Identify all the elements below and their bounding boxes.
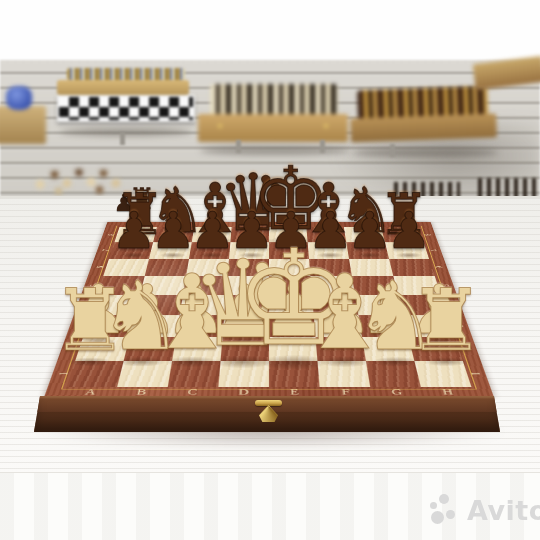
- square-a4: [90, 295, 140, 315]
- square-d2: [221, 337, 269, 361]
- checkered-board-edge: [57, 95, 195, 122]
- square-c2: [172, 337, 222, 361]
- photo-canvas: ♟ ♜ ABCDEFGH ABCDEFGH 87654321 87654321 …: [0, 0, 540, 540]
- square-a8: [114, 227, 156, 242]
- square-d5: [226, 276, 269, 295]
- square-d4: [224, 295, 269, 315]
- square-f1: [317, 361, 370, 387]
- files-front: ABCDEFGH: [63, 387, 475, 397]
- square-g2: [362, 337, 414, 361]
- square-e5: [269, 276, 312, 295]
- square-g5: [352, 276, 398, 295]
- board-grid: [67, 227, 472, 387]
- shelf-box-left: [0, 106, 46, 144]
- shelf-set-walnut: [349, 85, 497, 142]
- walnut-box: [350, 113, 497, 142]
- square-a7: [109, 242, 153, 258]
- square-f3: [314, 315, 362, 337]
- square-e3: [269, 315, 315, 337]
- wood-bar: [57, 80, 189, 95]
- square-f4: [312, 295, 358, 315]
- square-e7: [269, 242, 309, 258]
- logo-dot: [439, 494, 449, 504]
- square-h1: [414, 361, 471, 387]
- square-c4: [180, 295, 226, 315]
- square-d8: [230, 227, 269, 242]
- square-b1: [117, 361, 172, 387]
- coord-label: C: [166, 387, 218, 397]
- square-b4: [135, 295, 183, 315]
- square-f2: [315, 337, 365, 361]
- blue-glass-piece: [6, 86, 32, 110]
- coord-label: G: [370, 387, 423, 397]
- chess-board-3d: ABCDEFGH ABCDEFGH 87654321 87654321: [44, 222, 494, 397]
- square-e2: [269, 337, 317, 361]
- avito-watermark: Avito: [428, 492, 540, 528]
- watermark-text: Avito: [467, 495, 540, 526]
- square-c6: [186, 259, 229, 277]
- mini-pieces-row: [210, 84, 338, 114]
- square-d3: [223, 315, 269, 337]
- coord-label: D: [218, 387, 269, 397]
- square-h5: [393, 276, 441, 295]
- table-loose-rook: ♜: [129, 184, 156, 214]
- square-a2: [75, 337, 129, 361]
- square-g6: [349, 259, 393, 277]
- shelf-shadow: [200, 146, 350, 155]
- square-f5: [310, 276, 355, 295]
- square-e8: [269, 227, 308, 242]
- coord-label: H: [421, 387, 475, 397]
- square-b3: [130, 315, 180, 337]
- square-f7: [308, 242, 349, 258]
- logo-dot: [431, 511, 444, 524]
- coord-label: E: [269, 387, 320, 397]
- square-a6: [103, 259, 149, 277]
- square-b6: [145, 259, 189, 277]
- logo-dot: [446, 510, 455, 519]
- square-g3: [358, 315, 408, 337]
- mini-pieces-row: [67, 68, 185, 80]
- square-b5: [140, 276, 186, 295]
- wall-upper-white: [0, 0, 540, 62]
- square-a1: [67, 361, 124, 387]
- square-f6: [309, 259, 352, 277]
- square-g1: [366, 361, 421, 387]
- square-c7: [189, 242, 230, 258]
- square-c5: [183, 276, 228, 295]
- square-d6: [228, 259, 269, 277]
- square-a3: [83, 315, 135, 337]
- square-c3: [176, 315, 224, 337]
- shelf-set-checkered: [57, 68, 195, 122]
- square-b2: [124, 337, 176, 361]
- square-g8: [344, 227, 385, 242]
- coord-label: F: [320, 387, 372, 397]
- square-g4: [355, 295, 403, 315]
- square-d1: [218, 361, 269, 387]
- square-h2: [408, 337, 462, 361]
- shelf-bracket: [236, 140, 241, 153]
- avito-logo-icon: [428, 492, 460, 528]
- square-b7: [149, 242, 192, 258]
- shelf-bracket: [120, 132, 125, 145]
- square-c1: [168, 361, 221, 387]
- coord-label: B: [115, 387, 168, 397]
- coord-label: A: [63, 387, 117, 397]
- square-b8: [153, 227, 194, 242]
- shelf-bracket: [320, 140, 325, 153]
- square-f8: [306, 227, 346, 242]
- shelf-bracket: [390, 144, 395, 157]
- square-e4: [269, 295, 314, 315]
- board-frame: ABCDEFGH ABCDEFGH 87654321 87654321: [44, 222, 494, 397]
- square-h3: [403, 315, 455, 337]
- square-e1: [269, 361, 320, 387]
- square-d7: [229, 242, 269, 258]
- square-c8: [192, 227, 232, 242]
- square-h7: [385, 242, 429, 258]
- square-h6: [389, 259, 435, 277]
- square-e6: [269, 259, 310, 277]
- shelf-shadow: [352, 148, 498, 157]
- square-a5: [97, 276, 145, 295]
- square-g7: [346, 242, 389, 258]
- oak-box: [198, 114, 348, 142]
- shelf-set-light: [198, 84, 348, 142]
- logo-dot: [430, 502, 437, 509]
- mini-pieces-row: [357, 86, 488, 119]
- square-h4: [398, 295, 448, 315]
- square-h8: [381, 227, 423, 242]
- shelf-shadow: [60, 128, 192, 136]
